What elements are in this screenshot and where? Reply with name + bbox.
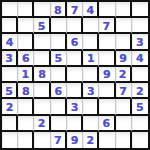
cell-r4c5[interactable]	[67, 51, 83, 67]
given-digit: 3	[5, 53, 13, 64]
given-digit: 2	[136, 85, 144, 96]
cell-r5c2[interactable]: 1	[18, 67, 34, 83]
cell-r2c8[interactable]	[116, 18, 132, 34]
cell-r7c4[interactable]	[51, 99, 67, 115]
given-digit: 3	[71, 101, 79, 112]
cell-r7c7[interactable]	[99, 99, 115, 115]
cell-r5c7[interactable]: 9	[99, 67, 115, 83]
cell-r4c6[interactable]: 1	[83, 51, 99, 67]
given-digit: 3	[87, 85, 95, 96]
cell-r6c2[interactable]: 8	[18, 83, 34, 99]
cell-r3c8[interactable]	[116, 34, 132, 50]
cell-r1c9[interactable]	[132, 2, 148, 18]
cell-r7c2[interactable]	[18, 99, 34, 115]
cell-r2c9[interactable]	[132, 18, 148, 34]
given-digit: 5	[136, 101, 144, 112]
cell-r2c7[interactable]: 7	[99, 18, 115, 34]
cell-r6c9[interactable]: 2	[132, 83, 148, 99]
cell-r9c8[interactable]	[116, 132, 132, 148]
cell-r6c4[interactable]: 6	[51, 83, 67, 99]
cell-r7c8[interactable]	[116, 99, 132, 115]
cell-r7c5[interactable]: 3	[67, 99, 83, 115]
given-digit: 4	[86, 4, 94, 15]
cell-r4c3[interactable]	[34, 51, 50, 67]
cell-r8c8[interactable]	[116, 116, 132, 132]
given-digit: 8	[22, 85, 30, 96]
cell-r8c3[interactable]: 2	[34, 116, 50, 132]
sudoku-board: 87457463365194189258637223526792	[0, 0, 150, 150]
cell-r1c4[interactable]: 8	[51, 2, 67, 18]
cell-r8c6[interactable]	[83, 116, 99, 132]
cell-r4c2[interactable]: 6	[18, 51, 34, 67]
cell-r5c9[interactable]	[132, 67, 148, 83]
given-digit: 6	[71, 37, 79, 48]
cell-r5c3[interactable]: 8	[34, 67, 50, 83]
cell-r5c5[interactable]	[67, 67, 83, 83]
given-digit: 1	[22, 69, 30, 80]
cell-r8c2[interactable]	[18, 116, 34, 132]
given-digit: 4	[6, 37, 14, 48]
given-digit: 9	[71, 135, 79, 146]
given-digit: 8	[54, 4, 62, 15]
given-digit: 6	[54, 85, 62, 96]
given-digit: 1	[87, 53, 95, 64]
cell-r6c3[interactable]	[34, 83, 50, 99]
given-digit: 2	[86, 135, 94, 146]
cell-r4c4[interactable]: 5	[51, 51, 67, 67]
given-digit: 5	[38, 20, 46, 31]
cell-r9c5[interactable]: 9	[67, 132, 83, 148]
cell-r5c6[interactable]	[83, 67, 99, 83]
cell-r5c1[interactable]	[2, 67, 18, 83]
cell-r7c3[interactable]	[34, 99, 50, 115]
cell-r7c6[interactable]	[83, 99, 99, 115]
given-digit: 7	[103, 20, 111, 31]
cell-r1c3[interactable]	[34, 2, 50, 18]
cell-r6c5[interactable]	[67, 83, 83, 99]
cell-r3c9[interactable]: 3	[132, 34, 148, 50]
cell-r7c9[interactable]: 5	[132, 99, 148, 115]
given-digit: 4	[136, 53, 144, 64]
cell-r4c1[interactable]: 3	[2, 51, 18, 67]
cell-r8c4[interactable]	[51, 116, 67, 132]
cell-r1c6[interactable]: 4	[83, 2, 99, 18]
cell-r1c7[interactable]	[99, 2, 115, 18]
cell-r3c7[interactable]	[99, 34, 115, 50]
cell-r6c8[interactable]: 7	[116, 83, 132, 99]
given-digit: 7	[119, 85, 127, 96]
cell-r3c1[interactable]: 4	[2, 34, 18, 50]
cell-r2c5[interactable]	[67, 18, 83, 34]
cell-r1c8[interactable]	[116, 2, 132, 18]
cell-r8c9[interactable]	[132, 116, 148, 132]
cell-r2c1[interactable]	[2, 18, 18, 34]
given-digit: 8	[38, 69, 46, 80]
cell-r1c2[interactable]	[18, 2, 34, 18]
cell-r5c4[interactable]	[51, 67, 67, 83]
cell-r9c2[interactable]	[18, 132, 34, 148]
given-digit: 7	[54, 135, 62, 146]
cell-r8c7[interactable]: 6	[99, 116, 115, 132]
cell-r2c6[interactable]	[83, 18, 99, 34]
given-digit: 2	[119, 69, 127, 80]
cell-r6c1[interactable]: 5	[2, 83, 18, 99]
cell-r6c6[interactable]: 3	[83, 83, 99, 99]
given-digit: 2	[38, 118, 46, 129]
cell-r3c3[interactable]	[34, 34, 50, 50]
cell-r9c7[interactable]	[99, 132, 115, 148]
cell-r2c3[interactable]: 5	[34, 18, 50, 34]
given-digit: 3	[136, 37, 144, 48]
given-digit: 9	[119, 53, 127, 64]
cell-r3c5[interactable]: 6	[67, 34, 83, 50]
cell-r3c2[interactable]	[18, 34, 34, 50]
given-digit: 7	[71, 4, 79, 15]
cell-r9c3[interactable]	[34, 132, 50, 148]
given-digit: 5	[5, 85, 13, 96]
cell-r6c7[interactable]	[99, 83, 115, 99]
cell-r9c6[interactable]: 2	[83, 132, 99, 148]
cell-r4c8[interactable]: 9	[116, 51, 132, 67]
given-digit: 6	[22, 53, 30, 64]
given-digit: 9	[103, 69, 111, 80]
cell-r5c8[interactable]: 2	[116, 67, 132, 83]
given-digit: 2	[6, 101, 14, 112]
cell-r2c4[interactable]	[51, 18, 67, 34]
cell-r9c4[interactable]: 7	[51, 132, 67, 148]
cell-r3c6[interactable]	[83, 34, 99, 50]
cell-r9c9[interactable]	[132, 132, 148, 148]
cell-r1c1[interactable]	[2, 2, 18, 18]
cell-r8c1[interactable]	[2, 116, 18, 132]
cell-r9c1[interactable]	[2, 132, 18, 148]
cell-r4c9[interactable]: 4	[132, 51, 148, 67]
cell-r1c5[interactable]: 7	[67, 2, 83, 18]
cell-r2c2[interactable]	[18, 18, 34, 34]
cell-r8c5[interactable]	[67, 116, 83, 132]
cell-r3c4[interactable]	[51, 34, 67, 50]
given-digit: 5	[54, 53, 62, 64]
cell-r7c1[interactable]: 2	[2, 99, 18, 115]
given-digit: 6	[103, 118, 111, 129]
cell-r4c7[interactable]	[99, 51, 115, 67]
